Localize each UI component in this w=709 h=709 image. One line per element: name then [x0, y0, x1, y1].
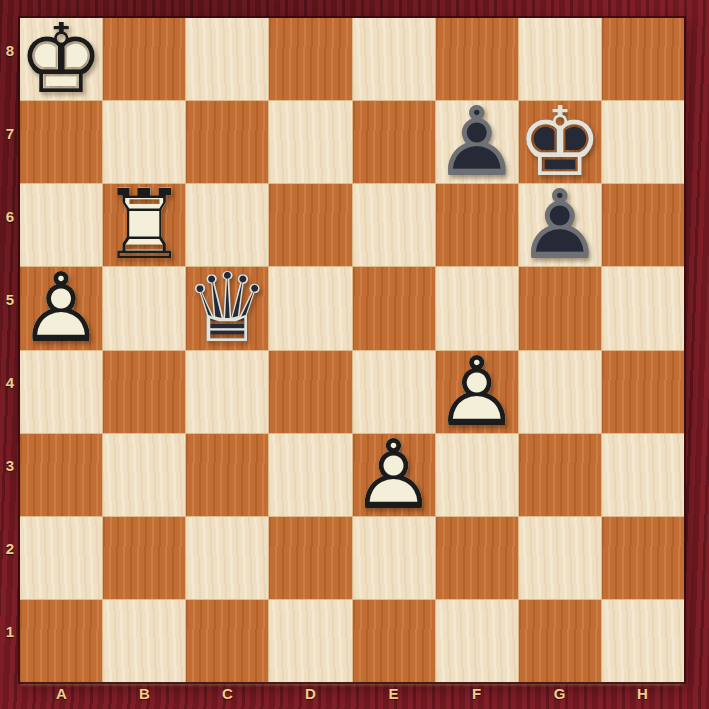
- file-label-e: E: [352, 680, 435, 707]
- rank-label-2: 2: [0, 507, 20, 590]
- square-e5[interactable]: [353, 267, 435, 349]
- rank-label-6: 6: [0, 175, 20, 258]
- square-d5[interactable]: [269, 267, 351, 349]
- square-h1[interactable]: [602, 600, 684, 682]
- square-e8[interactable]: [353, 18, 435, 100]
- piece-white-pawn[interactable]: ♟♙: [20, 267, 102, 349]
- square-c2[interactable]: [186, 517, 268, 599]
- square-a3[interactable]: [20, 434, 102, 516]
- file-label-g: G: [518, 680, 601, 707]
- square-c1[interactable]: [186, 600, 268, 682]
- square-b2[interactable]: [103, 517, 185, 599]
- square-d3[interactable]: [269, 434, 351, 516]
- file-label-d: D: [269, 680, 352, 707]
- piece-black-pawn[interactable]: ♟♙: [436, 101, 518, 183]
- square-f2[interactable]: [436, 517, 518, 599]
- pawn-outline-glyph: ♙: [351, 427, 437, 523]
- square-b3[interactable]: [103, 434, 185, 516]
- piece-black-queen[interactable]: ♛♕: [186, 267, 268, 349]
- square-e3[interactable]: ♟♙: [353, 434, 435, 516]
- square-f6[interactable]: [436, 184, 518, 266]
- square-c5[interactable]: ♛♕: [186, 267, 268, 349]
- file-label-f: F: [435, 680, 518, 707]
- pawn-outline-glyph: ♙: [434, 94, 520, 190]
- square-e7[interactable]: [353, 101, 435, 183]
- rank-label-8: 8: [0, 9, 20, 92]
- square-h2[interactable]: [602, 517, 684, 599]
- square-a8[interactable]: ♚♔: [20, 18, 102, 100]
- square-d6[interactable]: [269, 184, 351, 266]
- rank-label-3: 3: [0, 424, 20, 507]
- piece-white-king[interactable]: ♚♔: [20, 18, 102, 100]
- rank-labels: 87654321: [0, 18, 20, 682]
- square-b4[interactable]: [103, 351, 185, 433]
- rank-label-7: 7: [0, 92, 20, 175]
- file-labels: ABCDEFGH: [20, 682, 684, 709]
- square-c7[interactable]: [186, 101, 268, 183]
- square-d1[interactable]: [269, 600, 351, 682]
- square-b6[interactable]: ♜♖: [103, 184, 185, 266]
- piece-white-pawn[interactable]: ♟♙: [353, 434, 435, 516]
- square-h6[interactable]: [602, 184, 684, 266]
- king-outline-glyph: ♔: [18, 11, 104, 107]
- square-f7[interactable]: ♟♙: [436, 101, 518, 183]
- rank-label-4: 4: [0, 341, 20, 424]
- file-label-a: A: [20, 680, 103, 707]
- square-h5[interactable]: [602, 267, 684, 349]
- square-h7[interactable]: [602, 101, 684, 183]
- square-g3[interactable]: [519, 434, 601, 516]
- chessboard-frame: ♚♔♟♙♚♔♜♖♟♙♟♙♛♕♟♙♟♙ 87654321 ABCDEFGH: [0, 0, 709, 709]
- square-d2[interactable]: [269, 517, 351, 599]
- square-d8[interactable]: [269, 18, 351, 100]
- square-g1[interactable]: [519, 600, 601, 682]
- rook-outline-glyph: ♖: [101, 177, 187, 273]
- square-a2[interactable]: [20, 517, 102, 599]
- square-f4[interactable]: ♟♙: [436, 351, 518, 433]
- piece-white-pawn[interactable]: ♟♙: [436, 351, 518, 433]
- pawn-outline-glyph: ♙: [434, 344, 520, 440]
- square-g4[interactable]: [519, 351, 601, 433]
- square-g6[interactable]: ♟♙: [519, 184, 601, 266]
- square-f1[interactable]: [436, 600, 518, 682]
- square-g2[interactable]: [519, 517, 601, 599]
- square-c4[interactable]: [186, 351, 268, 433]
- square-d4[interactable]: [269, 351, 351, 433]
- square-a4[interactable]: [20, 351, 102, 433]
- board: ♚♔♟♙♚♔♜♖♟♙♟♙♛♕♟♙♟♙: [20, 18, 684, 682]
- square-e1[interactable]: [353, 600, 435, 682]
- square-b8[interactable]: [103, 18, 185, 100]
- pawn-outline-glyph: ♙: [517, 177, 603, 273]
- square-a1[interactable]: [20, 600, 102, 682]
- file-label-h: H: [601, 680, 684, 707]
- square-h8[interactable]: [602, 18, 684, 100]
- square-d7[interactable]: [269, 101, 351, 183]
- square-f3[interactable]: [436, 434, 518, 516]
- piece-black-pawn[interactable]: ♟♙: [519, 184, 601, 266]
- square-h4[interactable]: [602, 351, 684, 433]
- square-b1[interactable]: [103, 600, 185, 682]
- square-g5[interactable]: [519, 267, 601, 349]
- square-b5[interactable]: [103, 267, 185, 349]
- square-c8[interactable]: [186, 18, 268, 100]
- square-h3[interactable]: [602, 434, 684, 516]
- square-e6[interactable]: [353, 184, 435, 266]
- piece-white-rook[interactable]: ♜♖: [103, 184, 185, 266]
- file-label-b: B: [103, 680, 186, 707]
- file-label-c: C: [186, 680, 269, 707]
- queen-outline-glyph: ♕: [184, 260, 270, 356]
- rank-label-1: 1: [0, 590, 20, 673]
- pawn-outline-glyph: ♙: [18, 260, 104, 356]
- square-a5[interactable]: ♟♙: [20, 267, 102, 349]
- square-e2[interactable]: [353, 517, 435, 599]
- square-a7[interactable]: [20, 101, 102, 183]
- rank-label-5: 5: [0, 258, 20, 341]
- square-c3[interactable]: [186, 434, 268, 516]
